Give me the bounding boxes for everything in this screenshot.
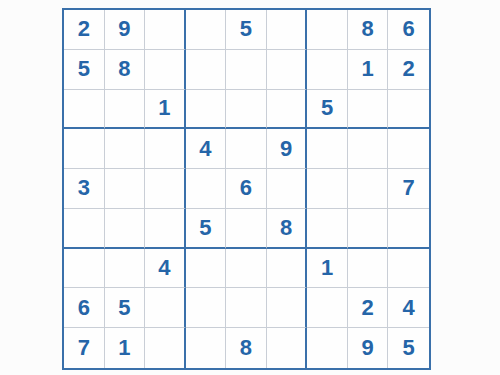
cell-r6c6[interactable]: 8	[267, 209, 308, 249]
cell-r5c4[interactable]	[186, 169, 227, 209]
cell-r3c7[interactable]: 5	[307, 90, 348, 130]
cell-r5c1[interactable]: 3	[64, 169, 105, 209]
cell-r6c3[interactable]	[145, 209, 186, 249]
cell-r3c2[interactable]	[105, 90, 146, 130]
cell-r9c7[interactable]	[307, 328, 348, 368]
cell-r3c3[interactable]: 1	[145, 90, 186, 130]
cell-r3c9[interactable]	[388, 90, 429, 130]
cell-r8c2[interactable]: 5	[105, 288, 146, 328]
cell-r7c8[interactable]	[348, 249, 389, 289]
cell-r4c4[interactable]: 4	[186, 129, 227, 169]
cell-r9c5[interactable]: 8	[226, 328, 267, 368]
cell-r7c6[interactable]	[267, 249, 308, 289]
cell-r9c6[interactable]	[267, 328, 308, 368]
cell-r7c3[interactable]: 4	[145, 249, 186, 289]
cell-r3c6[interactable]	[267, 90, 308, 130]
cell-r3c5[interactable]	[226, 90, 267, 130]
cell-r6c7[interactable]	[307, 209, 348, 249]
cell-r6c5[interactable]	[226, 209, 267, 249]
cell-r4c6[interactable]: 9	[267, 129, 308, 169]
cell-r5c7[interactable]	[307, 169, 348, 209]
cell-r1c7[interactable]	[307, 10, 348, 50]
cell-r8c4[interactable]	[186, 288, 227, 328]
cell-r9c1[interactable]: 7	[64, 328, 105, 368]
cell-r1c8[interactable]: 8	[348, 10, 389, 50]
cell-r2c2[interactable]: 8	[105, 50, 146, 90]
cell-r7c1[interactable]	[64, 249, 105, 289]
cell-r2c4[interactable]	[186, 50, 227, 90]
cell-r8c1[interactable]: 6	[64, 288, 105, 328]
cell-r6c8[interactable]	[348, 209, 389, 249]
cell-r8c9[interactable]: 4	[388, 288, 429, 328]
cell-r2c7[interactable]	[307, 50, 348, 90]
cell-r2c6[interactable]	[267, 50, 308, 90]
cell-r5c6[interactable]	[267, 169, 308, 209]
cell-r7c9[interactable]	[388, 249, 429, 289]
cell-r5c2[interactable]	[105, 169, 146, 209]
cell-r2c8[interactable]: 1	[348, 50, 389, 90]
cell-r9c9[interactable]: 5	[388, 328, 429, 368]
cell-r2c5[interactable]	[226, 50, 267, 90]
cell-r4c9[interactable]	[388, 129, 429, 169]
cell-r6c4[interactable]: 5	[186, 209, 227, 249]
cell-r8c3[interactable]	[145, 288, 186, 328]
cell-r3c4[interactable]	[186, 90, 227, 130]
cell-r1c1[interactable]: 2	[64, 10, 105, 50]
cell-r5c3[interactable]	[145, 169, 186, 209]
cell-r2c3[interactable]	[145, 50, 186, 90]
cell-r2c9[interactable]: 2	[388, 50, 429, 90]
sudoku-board: 29586581215493675841652471895	[62, 8, 431, 370]
cell-r4c1[interactable]	[64, 129, 105, 169]
cell-r1c5[interactable]: 5	[226, 10, 267, 50]
cell-r4c8[interactable]	[348, 129, 389, 169]
cell-r1c4[interactable]	[186, 10, 227, 50]
cell-r3c1[interactable]	[64, 90, 105, 130]
cell-r8c7[interactable]	[307, 288, 348, 328]
cell-r5c9[interactable]: 7	[388, 169, 429, 209]
cell-r4c7[interactable]	[307, 129, 348, 169]
cell-r4c3[interactable]	[145, 129, 186, 169]
cell-r6c2[interactable]	[105, 209, 146, 249]
cell-r1c6[interactable]	[267, 10, 308, 50]
cell-r1c3[interactable]	[145, 10, 186, 50]
cell-r5c8[interactable]	[348, 169, 389, 209]
cell-r1c9[interactable]: 6	[388, 10, 429, 50]
cell-r9c4[interactable]	[186, 328, 227, 368]
cell-r7c5[interactable]	[226, 249, 267, 289]
cell-r9c8[interactable]: 9	[348, 328, 389, 368]
cell-r5c5[interactable]: 6	[226, 169, 267, 209]
cell-r2c1[interactable]: 5	[64, 50, 105, 90]
cell-r8c8[interactable]: 2	[348, 288, 389, 328]
cell-r8c6[interactable]	[267, 288, 308, 328]
cell-r6c1[interactable]	[64, 209, 105, 249]
cell-r4c2[interactable]	[105, 129, 146, 169]
cell-r6c9[interactable]	[388, 209, 429, 249]
sudoku-page: 29586581215493675841652471895	[0, 0, 500, 375]
cell-r1c2[interactable]: 9	[105, 10, 146, 50]
cell-r3c8[interactable]	[348, 90, 389, 130]
cell-r9c2[interactable]: 1	[105, 328, 146, 368]
cell-r7c4[interactable]	[186, 249, 227, 289]
cell-r9c3[interactable]	[145, 328, 186, 368]
cell-r7c7[interactable]: 1	[307, 249, 348, 289]
cell-r8c5[interactable]	[226, 288, 267, 328]
cell-r4c5[interactable]	[226, 129, 267, 169]
cell-r7c2[interactable]	[105, 249, 146, 289]
